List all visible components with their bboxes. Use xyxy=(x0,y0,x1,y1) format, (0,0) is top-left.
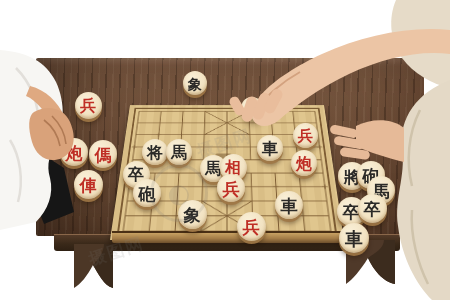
xiangqi-piece[interactable]: 兵 xyxy=(75,92,102,119)
xiangqi-piece[interactable]: 炮 xyxy=(291,150,317,176)
xiangqi-piece[interactable]: 俥 xyxy=(74,170,103,199)
piece-character: 炮 xyxy=(66,145,83,162)
piece-character: 車 xyxy=(262,141,278,157)
piece-character: 卒 xyxy=(343,204,360,221)
xiangqi-piece[interactable]: 車 xyxy=(339,223,369,253)
xiangqi-piece[interactable]: 車 xyxy=(275,191,303,219)
piece-character: 車 xyxy=(345,230,363,248)
piece-character: 俥 xyxy=(80,177,97,194)
piece-character: 相 xyxy=(244,101,260,117)
piece-character: 砲 xyxy=(139,186,156,203)
piece-character: 馬 xyxy=(205,161,221,177)
xiangqi-piece[interactable]: 車 xyxy=(257,135,283,161)
xiangqi-piece[interactable]: 傌 xyxy=(89,140,117,168)
piece-character: 兵 xyxy=(298,129,313,144)
piece-character: 馬 xyxy=(171,145,187,161)
xiangqi-piece[interactable]: 将 xyxy=(142,139,168,165)
piece-character: 車 xyxy=(281,198,298,215)
piece-character: 傌 xyxy=(95,147,112,164)
xiangqi-piece[interactable]: 兵 xyxy=(293,123,318,148)
xiangqi-piece[interactable]: 象 xyxy=(183,71,207,95)
piece-character: 卒 xyxy=(364,201,381,218)
scene: 象兵車炮将馬馬相卒砲兵象車兵兵炮傌俥將砲馬卒卒車相 xyxy=(0,0,450,300)
piece-character: 将 xyxy=(147,145,163,161)
xiangqi-piece[interactable]: 兵 xyxy=(217,174,245,202)
xiangqi-piece[interactable]: 炮 xyxy=(60,138,88,166)
xiangqi-piece[interactable]: 兵 xyxy=(237,212,266,241)
xiangqi-piece[interactable]: 象 xyxy=(178,200,207,229)
xiangqi-piece[interactable]: 砲 xyxy=(133,179,161,207)
piece-character: 炮 xyxy=(296,156,312,172)
board-side-edge xyxy=(112,231,341,243)
piece-character: 兵 xyxy=(243,219,260,236)
piece-character: 象 xyxy=(188,77,202,91)
shirt-fold-lines xyxy=(10,68,38,202)
xiangqi-piece[interactable]: 卒 xyxy=(358,194,387,223)
xiangqi-piece[interactable]: 馬 xyxy=(166,139,192,165)
piece-character: 象 xyxy=(184,207,201,224)
piece-character: 兵 xyxy=(223,181,240,198)
piece-character: 兵 xyxy=(80,98,96,114)
